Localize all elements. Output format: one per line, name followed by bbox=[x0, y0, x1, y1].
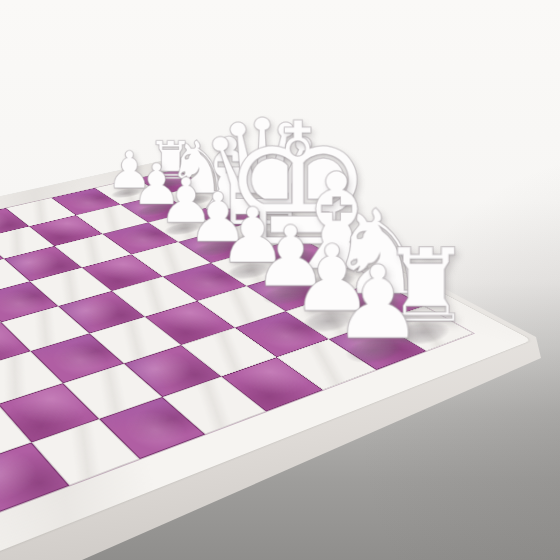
board-border: ♟♜♟♞♟♝♟♛♟♚♟♝♟♞♟♜ bbox=[0, 156, 532, 560]
chessboard-photo: ♟♜♟♞♟♝♟♛♟♚♟♝♟♞♟♜ bbox=[0, 0, 560, 560]
piece-white-pawn-h2: ♟ bbox=[332, 253, 423, 354]
square-h8 bbox=[0, 442, 69, 514]
